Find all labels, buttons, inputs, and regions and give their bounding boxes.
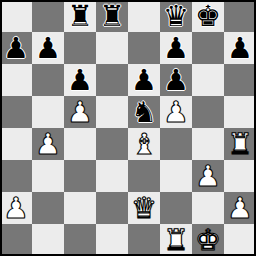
square-b3[interactable] [32, 160, 64, 192]
square-b8[interactable] [32, 0, 64, 32]
square-h5[interactable] [224, 96, 256, 128]
square-c1[interactable] [64, 224, 96, 256]
square-d6[interactable] [96, 64, 128, 96]
square-f2[interactable] [160, 192, 192, 224]
chess-board-grid: ♜♜♛♚♟♟♟♟♟♟♟♟♞♟♟♝♜♟♟♛♟♜♚ [0, 0, 256, 256]
square-d2[interactable] [96, 192, 128, 224]
square-h8[interactable] [224, 0, 256, 32]
black-knight-e5: ♞ [131, 96, 157, 128]
square-d8[interactable]: ♜ [96, 0, 128, 32]
black-pawn-a7: ♟ [3, 32, 29, 64]
square-c4[interactable] [64, 128, 96, 160]
square-h4[interactable]: ♜ [224, 128, 256, 160]
square-g1[interactable]: ♚ [192, 224, 224, 256]
square-f6[interactable]: ♟ [160, 64, 192, 96]
black-pawn-e6: ♟ [131, 64, 157, 96]
white-king-g1: ♚ [195, 224, 221, 256]
square-d3[interactable] [96, 160, 128, 192]
white-pawn-f5: ♟ [163, 96, 189, 128]
square-b2[interactable] [32, 192, 64, 224]
square-g5[interactable] [192, 96, 224, 128]
black-rook-c8: ♜ [67, 0, 93, 32]
white-rook-f1: ♜ [163, 224, 189, 256]
white-pawn-c5: ♟ [67, 96, 93, 128]
square-c3[interactable] [64, 160, 96, 192]
square-c2[interactable] [64, 192, 96, 224]
square-f5[interactable]: ♟ [160, 96, 192, 128]
white-pawn-b4: ♟ [35, 128, 61, 160]
square-e2[interactable]: ♛ [128, 192, 160, 224]
square-h6[interactable] [224, 64, 256, 96]
square-h2[interactable]: ♟ [224, 192, 256, 224]
square-a1[interactable] [0, 224, 32, 256]
square-d1[interactable] [96, 224, 128, 256]
square-g8[interactable]: ♚ [192, 0, 224, 32]
square-g2[interactable] [192, 192, 224, 224]
square-a6[interactable] [0, 64, 32, 96]
black-pawn-c6: ♟ [67, 64, 93, 96]
square-d4[interactable] [96, 128, 128, 160]
square-c5[interactable]: ♟ [64, 96, 96, 128]
black-queen-f8: ♛ [163, 0, 189, 32]
square-b7[interactable]: ♟ [32, 32, 64, 64]
square-e4[interactable]: ♝ [128, 128, 160, 160]
square-a8[interactable] [0, 0, 32, 32]
square-g4[interactable] [192, 128, 224, 160]
square-d5[interactable] [96, 96, 128, 128]
square-a2[interactable]: ♟ [0, 192, 32, 224]
square-b1[interactable] [32, 224, 64, 256]
square-e7[interactable] [128, 32, 160, 64]
square-e6[interactable]: ♟ [128, 64, 160, 96]
black-king-g8: ♚ [195, 0, 221, 32]
square-c6[interactable]: ♟ [64, 64, 96, 96]
square-f3[interactable] [160, 160, 192, 192]
square-c8[interactable]: ♜ [64, 0, 96, 32]
square-a7[interactable]: ♟ [0, 32, 32, 64]
chess-board: ♜♜♛♚♟♟♟♟♟♟♟♟♞♟♟♝♜♟♟♛♟♜♚ [0, 0, 256, 256]
square-h7[interactable]: ♟ [224, 32, 256, 64]
square-g7[interactable] [192, 32, 224, 64]
square-g6[interactable] [192, 64, 224, 96]
square-b4[interactable]: ♟ [32, 128, 64, 160]
square-f1[interactable]: ♜ [160, 224, 192, 256]
white-rook-h4: ♜ [227, 128, 253, 160]
square-e5[interactable]: ♞ [128, 96, 160, 128]
square-b6[interactable] [32, 64, 64, 96]
square-e1[interactable] [128, 224, 160, 256]
square-h3[interactable] [224, 160, 256, 192]
black-pawn-h7: ♟ [227, 32, 253, 64]
square-f8[interactable]: ♛ [160, 0, 192, 32]
square-f4[interactable] [160, 128, 192, 160]
white-queen-e2: ♛ [131, 192, 157, 224]
square-g3[interactable]: ♟ [192, 160, 224, 192]
square-a5[interactable] [0, 96, 32, 128]
white-bishop-e4: ♝ [131, 128, 157, 160]
black-pawn-f7: ♟ [163, 32, 189, 64]
square-f7[interactable]: ♟ [160, 32, 192, 64]
square-d7[interactable] [96, 32, 128, 64]
square-e8[interactable] [128, 0, 160, 32]
white-pawn-a2: ♟ [3, 192, 29, 224]
square-a4[interactable] [0, 128, 32, 160]
black-pawn-f6: ♟ [163, 64, 189, 96]
black-pawn-b7: ♟ [35, 32, 61, 64]
black-rook-d8: ♜ [99, 0, 125, 32]
white-pawn-h2: ♟ [227, 192, 253, 224]
square-a3[interactable] [0, 160, 32, 192]
white-pawn-g3: ♟ [195, 160, 221, 192]
square-b5[interactable] [32, 96, 64, 128]
square-c7[interactable] [64, 32, 96, 64]
square-e3[interactable] [128, 160, 160, 192]
square-h1[interactable] [224, 224, 256, 256]
